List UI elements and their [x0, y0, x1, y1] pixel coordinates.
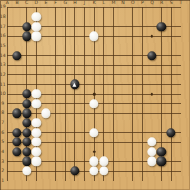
- intersection-K11[interactable]: [89, 80, 99, 90]
- intersection-C11[interactable]: [22, 80, 32, 90]
- intersection-A5[interactable]: [3, 137, 13, 147]
- intersection-B1[interactable]: [12, 176, 22, 186]
- intersection-L2[interactable]: [99, 166, 109, 176]
- intersection-L17[interactable]: [99, 22, 109, 32]
- intersection-T10[interactable]: [176, 89, 186, 99]
- intersection-P5[interactable]: [137, 137, 147, 147]
- intersection-B6[interactable]: [12, 128, 22, 138]
- intersection-N8[interactable]: [118, 108, 128, 118]
- goban-intersection-grid[interactable]: [3, 3, 186, 186]
- intersection-O18[interactable]: [128, 12, 138, 22]
- intersection-D17[interactable]: [31, 22, 41, 32]
- intersection-D11[interactable]: [31, 80, 41, 90]
- intersection-L10[interactable]: [99, 89, 109, 99]
- intersection-C2[interactable]: [22, 166, 32, 176]
- intersection-A7[interactable]: [3, 118, 13, 128]
- intersection-P9[interactable]: [137, 99, 147, 109]
- intersection-S3[interactable]: [166, 157, 176, 167]
- intersection-J4[interactable]: [80, 147, 90, 157]
- intersection-D12[interactable]: [31, 70, 41, 80]
- intersection-H14[interactable]: [70, 51, 80, 61]
- intersection-F10[interactable]: [51, 89, 61, 99]
- intersection-J18[interactable]: [80, 12, 90, 22]
- intersection-T1[interactable]: [176, 176, 186, 186]
- intersection-R14[interactable]: [157, 51, 167, 61]
- intersection-O7[interactable]: [128, 118, 138, 128]
- intersection-N13[interactable]: [118, 60, 128, 70]
- intersection-D16[interactable]: [31, 31, 41, 41]
- intersection-H18[interactable]: [70, 12, 80, 22]
- intersection-J17[interactable]: [80, 22, 90, 32]
- intersection-B19[interactable]: [12, 3, 22, 13]
- intersection-C4[interactable]: [22, 147, 32, 157]
- intersection-Q6[interactable]: [147, 128, 157, 138]
- intersection-H3[interactable]: [70, 157, 80, 167]
- intersection-R6[interactable]: [157, 128, 167, 138]
- intersection-K13[interactable]: [89, 60, 99, 70]
- intersection-A11[interactable]: [3, 80, 13, 90]
- intersection-A1[interactable]: [3, 176, 13, 186]
- intersection-C7[interactable]: [22, 118, 32, 128]
- intersection-A10[interactable]: [3, 89, 13, 99]
- intersection-E18[interactable]: [41, 12, 51, 22]
- intersection-K17[interactable]: [89, 22, 99, 32]
- intersection-G11[interactable]: [60, 80, 70, 90]
- intersection-E14[interactable]: [41, 51, 51, 61]
- intersection-K1[interactable]: [89, 176, 99, 186]
- intersection-O17[interactable]: [128, 22, 138, 32]
- intersection-R5[interactable]: [157, 137, 167, 147]
- intersection-S19[interactable]: [166, 3, 176, 13]
- intersection-H7[interactable]: [70, 118, 80, 128]
- intersection-Q14[interactable]: [147, 51, 157, 61]
- intersection-B15[interactable]: [12, 41, 22, 51]
- intersection-M17[interactable]: [108, 22, 118, 32]
- intersection-S17[interactable]: [166, 22, 176, 32]
- intersection-T4[interactable]: [176, 147, 186, 157]
- intersection-E5[interactable]: [41, 137, 51, 147]
- intersection-M1[interactable]: [108, 176, 118, 186]
- intersection-F13[interactable]: [51, 60, 61, 70]
- intersection-G4[interactable]: [60, 147, 70, 157]
- intersection-F4[interactable]: [51, 147, 61, 157]
- intersection-J19[interactable]: [80, 3, 90, 13]
- intersection-N1[interactable]: [118, 176, 128, 186]
- intersection-S7[interactable]: [166, 118, 176, 128]
- intersection-T2[interactable]: [176, 166, 186, 176]
- intersection-C12[interactable]: [22, 70, 32, 80]
- intersection-H1[interactable]: [70, 176, 80, 186]
- intersection-P3[interactable]: [137, 157, 147, 167]
- intersection-M9[interactable]: [108, 99, 118, 109]
- intersection-M5[interactable]: [108, 137, 118, 147]
- intersection-F8[interactable]: [51, 108, 61, 118]
- intersection-A9[interactable]: [3, 99, 13, 109]
- intersection-J13[interactable]: [80, 60, 90, 70]
- intersection-K19[interactable]: [89, 3, 99, 13]
- intersection-D19[interactable]: [31, 3, 41, 13]
- intersection-R2[interactable]: [157, 166, 167, 176]
- intersection-S12[interactable]: [166, 70, 176, 80]
- intersection-K16[interactable]: [89, 31, 99, 41]
- intersection-D13[interactable]: [31, 60, 41, 70]
- intersection-K14[interactable]: [89, 51, 99, 61]
- intersection-R12[interactable]: [157, 70, 167, 80]
- intersection-D18[interactable]: [31, 12, 41, 22]
- intersection-M14[interactable]: [108, 51, 118, 61]
- intersection-G13[interactable]: [60, 60, 70, 70]
- intersection-A8[interactable]: [3, 108, 13, 118]
- intersection-C10[interactable]: [22, 89, 32, 99]
- intersection-N18[interactable]: [118, 12, 128, 22]
- intersection-B11[interactable]: [12, 80, 22, 90]
- intersection-H17[interactable]: [70, 22, 80, 32]
- intersection-G1[interactable]: [60, 176, 70, 186]
- intersection-N15[interactable]: [118, 41, 128, 51]
- intersection-K8[interactable]: [89, 108, 99, 118]
- intersection-L13[interactable]: [99, 60, 109, 70]
- intersection-B13[interactable]: [12, 60, 22, 70]
- intersection-T12[interactable]: [176, 70, 186, 80]
- intersection-O14[interactable]: [128, 51, 138, 61]
- intersection-Q17[interactable]: [147, 22, 157, 32]
- intersection-L16[interactable]: [99, 31, 109, 41]
- intersection-D5[interactable]: [31, 137, 41, 147]
- intersection-L7[interactable]: [99, 118, 109, 128]
- intersection-M11[interactable]: [108, 80, 118, 90]
- intersection-S8[interactable]: [166, 108, 176, 118]
- intersection-P17[interactable]: [137, 22, 147, 32]
- intersection-H5[interactable]: [70, 137, 80, 147]
- intersection-E11[interactable]: [41, 80, 51, 90]
- intersection-Q13[interactable]: [147, 60, 157, 70]
- intersection-M6[interactable]: [108, 128, 118, 138]
- intersection-L5[interactable]: [99, 137, 109, 147]
- intersection-R17[interactable]: [157, 22, 167, 32]
- intersection-R15[interactable]: [157, 41, 167, 51]
- intersection-Q7[interactable]: [147, 118, 157, 128]
- intersection-N16[interactable]: [118, 31, 128, 41]
- intersection-N6[interactable]: [118, 128, 128, 138]
- intersection-D1[interactable]: [31, 176, 41, 186]
- intersection-J11[interactable]: [80, 80, 90, 90]
- intersection-K5[interactable]: [89, 137, 99, 147]
- intersection-T5[interactable]: [176, 137, 186, 147]
- intersection-H8[interactable]: [70, 108, 80, 118]
- intersection-O3[interactable]: [128, 157, 138, 167]
- intersection-L19[interactable]: [99, 3, 109, 13]
- intersection-H12[interactable]: [70, 70, 80, 80]
- intersection-K4[interactable]: [89, 147, 99, 157]
- intersection-Q16[interactable]: [147, 31, 157, 41]
- intersection-K18[interactable]: [89, 12, 99, 22]
- intersection-T18[interactable]: [176, 12, 186, 22]
- intersection-T16[interactable]: [176, 31, 186, 41]
- intersection-T7[interactable]: [176, 118, 186, 128]
- intersection-A13[interactable]: [3, 60, 13, 70]
- intersection-K12[interactable]: [89, 70, 99, 80]
- intersection-G18[interactable]: [60, 12, 70, 22]
- intersection-C6[interactable]: [22, 128, 32, 138]
- intersection-P14[interactable]: [137, 51, 147, 61]
- intersection-M19[interactable]: [108, 3, 118, 13]
- intersection-C9[interactable]: [22, 99, 32, 109]
- intersection-F9[interactable]: [51, 99, 61, 109]
- intersection-B12[interactable]: [12, 70, 22, 80]
- intersection-A16[interactable]: [3, 31, 13, 41]
- intersection-B10[interactable]: [12, 89, 22, 99]
- intersection-C19[interactable]: [22, 3, 32, 13]
- intersection-J14[interactable]: [80, 51, 90, 61]
- intersection-S2[interactable]: [166, 166, 176, 176]
- intersection-J2[interactable]: [80, 166, 90, 176]
- intersection-F7[interactable]: [51, 118, 61, 128]
- intersection-Q15[interactable]: [147, 41, 157, 51]
- intersection-O9[interactable]: [128, 99, 138, 109]
- intersection-C1[interactable]: [22, 176, 32, 186]
- intersection-J8[interactable]: [80, 108, 90, 118]
- intersection-B3[interactable]: [12, 157, 22, 167]
- intersection-L1[interactable]: [99, 176, 109, 186]
- intersection-H6[interactable]: [70, 128, 80, 138]
- intersection-B16[interactable]: [12, 31, 22, 41]
- intersection-L11[interactable]: [99, 80, 109, 90]
- intersection-G16[interactable]: [60, 31, 70, 41]
- intersection-J7[interactable]: [80, 118, 90, 128]
- intersection-D3[interactable]: [31, 157, 41, 167]
- intersection-N19[interactable]: [118, 3, 128, 13]
- intersection-E10[interactable]: [41, 89, 51, 99]
- intersection-H10[interactable]: [70, 89, 80, 99]
- intersection-J16[interactable]: [80, 31, 90, 41]
- intersection-E3[interactable]: [41, 157, 51, 167]
- intersection-R3[interactable]: [157, 157, 167, 167]
- intersection-E6[interactable]: [41, 128, 51, 138]
- intersection-A18[interactable]: [3, 12, 13, 22]
- intersection-F14[interactable]: [51, 51, 61, 61]
- intersection-F5[interactable]: [51, 137, 61, 147]
- intersection-M16[interactable]: [108, 31, 118, 41]
- intersection-O12[interactable]: [128, 70, 138, 80]
- intersection-L15[interactable]: [99, 41, 109, 51]
- intersection-E19[interactable]: [41, 3, 51, 13]
- intersection-M13[interactable]: [108, 60, 118, 70]
- intersection-N2[interactable]: [118, 166, 128, 176]
- intersection-G8[interactable]: [60, 108, 70, 118]
- intersection-T8[interactable]: [176, 108, 186, 118]
- intersection-A4[interactable]: [3, 147, 13, 157]
- intersection-B2[interactable]: [12, 166, 22, 176]
- intersection-P6[interactable]: [137, 128, 147, 138]
- intersection-M15[interactable]: [108, 41, 118, 51]
- intersection-P1[interactable]: [137, 176, 147, 186]
- intersection-H4[interactable]: [70, 147, 80, 157]
- intersection-S11[interactable]: [166, 80, 176, 90]
- intersection-H2[interactable]: [70, 166, 80, 176]
- intersection-Q5[interactable]: [147, 137, 157, 147]
- intersection-R13[interactable]: [157, 60, 167, 70]
- intersection-O13[interactable]: [128, 60, 138, 70]
- intersection-K2[interactable]: [89, 166, 99, 176]
- intersection-D15[interactable]: [31, 41, 41, 51]
- intersection-N14[interactable]: [118, 51, 128, 61]
- intersection-G9[interactable]: [60, 99, 70, 109]
- intersection-L3[interactable]: [99, 157, 109, 167]
- intersection-O15[interactable]: [128, 41, 138, 51]
- intersection-B9[interactable]: [12, 99, 22, 109]
- intersection-E9[interactable]: [41, 99, 51, 109]
- intersection-T13[interactable]: [176, 60, 186, 70]
- intersection-N10[interactable]: [118, 89, 128, 99]
- intersection-B4[interactable]: [12, 147, 22, 157]
- intersection-F12[interactable]: [51, 70, 61, 80]
- intersection-D14[interactable]: [31, 51, 41, 61]
- intersection-N3[interactable]: [118, 157, 128, 167]
- intersection-L9[interactable]: [99, 99, 109, 109]
- intersection-C15[interactable]: [22, 41, 32, 51]
- intersection-C16[interactable]: [22, 31, 32, 41]
- intersection-E2[interactable]: [41, 166, 51, 176]
- intersection-C14[interactable]: [22, 51, 32, 61]
- intersection-J15[interactable]: [80, 41, 90, 51]
- intersection-N11[interactable]: [118, 80, 128, 90]
- intersection-A3[interactable]: [3, 157, 13, 167]
- intersection-K10[interactable]: [89, 89, 99, 99]
- intersection-G17[interactable]: [60, 22, 70, 32]
- intersection-C8[interactable]: [22, 108, 32, 118]
- intersection-Q3[interactable]: [147, 157, 157, 167]
- intersection-L12[interactable]: [99, 70, 109, 80]
- intersection-J9[interactable]: [80, 99, 90, 109]
- intersection-M2[interactable]: [108, 166, 118, 176]
- intersection-N4[interactable]: [118, 147, 128, 157]
- intersection-E12[interactable]: [41, 70, 51, 80]
- intersection-K3[interactable]: [89, 157, 99, 167]
- intersection-B8[interactable]: [12, 108, 22, 118]
- intersection-L18[interactable]: [99, 12, 109, 22]
- intersection-T14[interactable]: [176, 51, 186, 61]
- intersection-J10[interactable]: [80, 89, 90, 99]
- intersection-P18[interactable]: [137, 12, 147, 22]
- intersection-P13[interactable]: [137, 60, 147, 70]
- intersection-T19[interactable]: [176, 3, 186, 13]
- intersection-H19[interactable]: [70, 3, 80, 13]
- intersection-E4[interactable]: [41, 147, 51, 157]
- intersection-J1[interactable]: [80, 176, 90, 186]
- intersection-D7[interactable]: [31, 118, 41, 128]
- intersection-T3[interactable]: [176, 157, 186, 167]
- intersection-L4[interactable]: [99, 147, 109, 157]
- intersection-H15[interactable]: [70, 41, 80, 51]
- intersection-F19[interactable]: [51, 3, 61, 13]
- intersection-N9[interactable]: [118, 99, 128, 109]
- intersection-F3[interactable]: [51, 157, 61, 167]
- intersection-O8[interactable]: [128, 108, 138, 118]
- intersection-C3[interactable]: [22, 157, 32, 167]
- intersection-P15[interactable]: [137, 41, 147, 51]
- intersection-B5[interactable]: [12, 137, 22, 147]
- intersection-C5[interactable]: [22, 137, 32, 147]
- intersection-R10[interactable]: [157, 89, 167, 99]
- intersection-T11[interactable]: [176, 80, 186, 90]
- intersection-G5[interactable]: [60, 137, 70, 147]
- intersection-A12[interactable]: [3, 70, 13, 80]
- intersection-S10[interactable]: [166, 89, 176, 99]
- intersection-C18[interactable]: [22, 12, 32, 22]
- intersection-P10[interactable]: [137, 89, 147, 99]
- intersection-E16[interactable]: [41, 31, 51, 41]
- intersection-E13[interactable]: [41, 60, 51, 70]
- intersection-P8[interactable]: [137, 108, 147, 118]
- intersection-G14[interactable]: [60, 51, 70, 61]
- intersection-R19[interactable]: [157, 3, 167, 13]
- intersection-F6[interactable]: [51, 128, 61, 138]
- intersection-D10[interactable]: [31, 89, 41, 99]
- intersection-L6[interactable]: [99, 128, 109, 138]
- intersection-F17[interactable]: [51, 22, 61, 32]
- intersection-R4[interactable]: [157, 147, 167, 157]
- intersection-R11[interactable]: [157, 80, 167, 90]
- intersection-F15[interactable]: [51, 41, 61, 51]
- intersection-Q11[interactable]: [147, 80, 157, 90]
- intersection-B7[interactable]: [12, 118, 22, 128]
- intersection-N12[interactable]: [118, 70, 128, 80]
- intersection-Q1[interactable]: [147, 176, 157, 186]
- intersection-T17[interactable]: [176, 22, 186, 32]
- intersection-F1[interactable]: [51, 176, 61, 186]
- intersection-E15[interactable]: [41, 41, 51, 51]
- intersection-Q12[interactable]: [147, 70, 157, 80]
- intersection-B17[interactable]: [12, 22, 22, 32]
- intersection-R8[interactable]: [157, 108, 167, 118]
- intersection-R7[interactable]: [157, 118, 167, 128]
- intersection-H16[interactable]: [70, 31, 80, 41]
- intersection-S16[interactable]: [166, 31, 176, 41]
- intersection-A15[interactable]: [3, 41, 13, 51]
- intersection-R18[interactable]: [157, 12, 167, 22]
- intersection-G12[interactable]: [60, 70, 70, 80]
- intersection-M4[interactable]: [108, 147, 118, 157]
- intersection-G3[interactable]: [60, 157, 70, 167]
- intersection-P12[interactable]: [137, 70, 147, 80]
- intersection-O10[interactable]: [128, 89, 138, 99]
- intersection-H9[interactable]: [70, 99, 80, 109]
- intersection-P2[interactable]: [137, 166, 147, 176]
- intersection-Q18[interactable]: [147, 12, 157, 22]
- intersection-O16[interactable]: [128, 31, 138, 41]
- intersection-B14[interactable]: [12, 51, 22, 61]
- intersection-A17[interactable]: [3, 22, 13, 32]
- intersection-J5[interactable]: [80, 137, 90, 147]
- intersection-O6[interactable]: [128, 128, 138, 138]
- intersection-P16[interactable]: [137, 31, 147, 41]
- intersection-T6[interactable]: [176, 128, 186, 138]
- intersection-N5[interactable]: [118, 137, 128, 147]
- intersection-J12[interactable]: [80, 70, 90, 80]
- intersection-G19[interactable]: [60, 3, 70, 13]
- intersection-S18[interactable]: [166, 12, 176, 22]
- intersection-K9[interactable]: [89, 99, 99, 109]
- intersection-S13[interactable]: [166, 60, 176, 70]
- intersection-F11[interactable]: [51, 80, 61, 90]
- intersection-D6[interactable]: [31, 128, 41, 138]
- intersection-T15[interactable]: [176, 41, 186, 51]
- intersection-F18[interactable]: [51, 12, 61, 22]
- intersection-A14[interactable]: [3, 51, 13, 61]
- intersection-O4[interactable]: [128, 147, 138, 157]
- intersection-S9[interactable]: [166, 99, 176, 109]
- intersection-R1[interactable]: [157, 176, 167, 186]
